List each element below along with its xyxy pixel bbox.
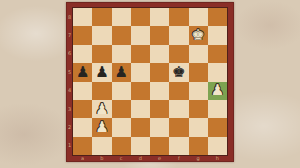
square-a3[interactable] — [73, 100, 92, 118]
file-label-a: a — [73, 155, 92, 162]
square-a7[interactable] — [73, 26, 92, 44]
black-pawn[interactable]: ♟ — [76, 64, 89, 79]
square-f7[interactable] — [169, 26, 188, 44]
square-f2[interactable] — [169, 118, 188, 136]
chess-board[interactable]: ♚♟♟♟♚♟♟♟ — [73, 8, 227, 155]
square-e2[interactable] — [150, 118, 169, 136]
square-a6[interactable] — [73, 45, 92, 63]
board-frame: ♚♟♟♟♚♟♟♟ 87654321 abcdefgh — [66, 2, 234, 162]
square-a5[interactable]: ♟ — [73, 63, 92, 81]
square-c3[interactable] — [112, 100, 131, 118]
square-f4[interactable] — [169, 82, 188, 100]
square-h5[interactable] — [208, 63, 227, 81]
square-d8[interactable] — [131, 8, 150, 26]
square-b1[interactable] — [92, 137, 111, 155]
square-d5[interactable] — [131, 63, 150, 81]
square-e8[interactable] — [150, 8, 169, 26]
square-g8[interactable] — [189, 8, 208, 26]
square-h6[interactable] — [208, 45, 227, 63]
white-king[interactable]: ♚ — [191, 28, 204, 43]
square-f3[interactable] — [169, 100, 188, 118]
square-h3[interactable] — [208, 100, 227, 118]
file-label-f: f — [169, 155, 188, 162]
rank-label-4: 4 — [66, 82, 73, 100]
rank-label-6: 6 — [66, 45, 73, 63]
black-pawn[interactable]: ♟ — [95, 64, 108, 79]
square-g4[interactable] — [189, 82, 208, 100]
square-g1[interactable] — [189, 137, 208, 155]
square-e3[interactable] — [150, 100, 169, 118]
square-a2[interactable] — [73, 118, 92, 136]
square-a8[interactable] — [73, 8, 92, 26]
square-c7[interactable] — [112, 26, 131, 44]
black-king[interactable]: ♚ — [172, 64, 185, 79]
file-label-b: b — [92, 155, 111, 162]
square-f1[interactable] — [169, 137, 188, 155]
square-g6[interactable] — [189, 45, 208, 63]
square-e4[interactable] — [150, 82, 169, 100]
file-label-d: d — [131, 155, 150, 162]
square-g5[interactable] — [189, 63, 208, 81]
square-c6[interactable] — [112, 45, 131, 63]
square-b4[interactable] — [92, 82, 111, 100]
square-f8[interactable] — [169, 8, 188, 26]
white-pawn[interactable]: ♟ — [211, 83, 224, 98]
square-b6[interactable] — [92, 45, 111, 63]
square-d7[interactable] — [131, 26, 150, 44]
square-e6[interactable] — [150, 45, 169, 63]
white-pawn[interactable]: ♟ — [95, 119, 108, 134]
white-pawn[interactable]: ♟ — [95, 101, 108, 116]
square-c1[interactable] — [112, 137, 131, 155]
square-b8[interactable] — [92, 8, 111, 26]
square-h4[interactable]: ♟ — [208, 82, 227, 100]
file-labels: abcdefgh — [73, 155, 227, 162]
square-g3[interactable] — [189, 100, 208, 118]
square-c4[interactable] — [112, 82, 131, 100]
black-pawn[interactable]: ♟ — [114, 64, 127, 79]
square-h7[interactable] — [208, 26, 227, 44]
rank-label-8: 8 — [66, 8, 73, 26]
square-f6[interactable] — [169, 45, 188, 63]
square-e1[interactable] — [150, 137, 169, 155]
square-d6[interactable] — [131, 45, 150, 63]
square-d2[interactable] — [131, 118, 150, 136]
square-h2[interactable] — [208, 118, 227, 136]
square-d4[interactable] — [131, 82, 150, 100]
square-e5[interactable] — [150, 63, 169, 81]
square-b3[interactable]: ♟ — [92, 100, 111, 118]
square-b5[interactable]: ♟ — [92, 63, 111, 81]
square-d1[interactable] — [131, 137, 150, 155]
square-e7[interactable] — [150, 26, 169, 44]
square-c8[interactable] — [112, 8, 131, 26]
square-b2[interactable]: ♟ — [92, 118, 111, 136]
rank-labels: 87654321 — [66, 8, 73, 155]
square-f5[interactable]: ♚ — [169, 63, 188, 81]
square-b7[interactable] — [92, 26, 111, 44]
rank-label-3: 3 — [66, 100, 73, 118]
square-h8[interactable] — [208, 8, 227, 26]
square-c5[interactable]: ♟ — [112, 63, 131, 81]
square-d3[interactable] — [131, 100, 150, 118]
square-g2[interactable] — [189, 118, 208, 136]
rank-label-5: 5 — [66, 63, 73, 81]
file-label-e: e — [150, 155, 169, 162]
square-c2[interactable] — [112, 118, 131, 136]
chess-diagram: ♚♟♟♟♚♟♟♟ 87654321 abcdefgh — [0, 0, 300, 168]
rank-label-1: 1 — [66, 137, 73, 155]
rank-label-7: 7 — [66, 26, 73, 44]
square-a1[interactable] — [73, 137, 92, 155]
file-label-h: h — [208, 155, 227, 162]
square-h1[interactable] — [208, 137, 227, 155]
square-g7[interactable]: ♚ — [189, 26, 208, 44]
file-label-g: g — [189, 155, 208, 162]
square-a4[interactable] — [73, 82, 92, 100]
rank-label-2: 2 — [66, 118, 73, 136]
file-label-c: c — [112, 155, 131, 162]
